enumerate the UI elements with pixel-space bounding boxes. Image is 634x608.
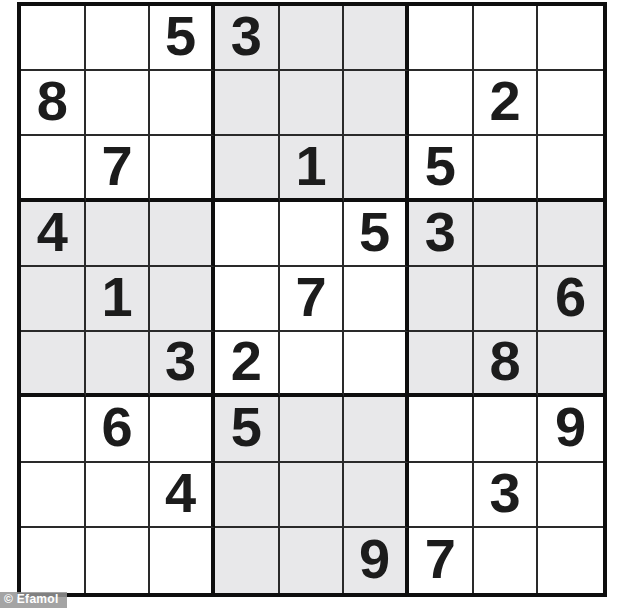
sudoku-cell-r9c4[interactable] — [215, 528, 280, 593]
sudoku-cell-r3c4[interactable] — [215, 136, 280, 201]
sudoku-cell-r3c3[interactable] — [150, 136, 215, 201]
sudoku-cell-r6c4[interactable]: 2 — [215, 332, 280, 397]
sudoku-cell-r4c5[interactable] — [280, 202, 345, 267]
sudoku-cell-r6c2[interactable] — [86, 332, 151, 397]
sudoku-cell-r2c8[interactable]: 2 — [474, 71, 539, 136]
sudoku-cell-r4c2[interactable] — [86, 202, 151, 267]
sudoku-cell-r8c9[interactable] — [538, 463, 603, 528]
sudoku-cell-r2c2[interactable] — [86, 71, 151, 136]
watermark: © Efamol — [0, 592, 67, 608]
sudoku-cell-r9c6[interactable]: 9 — [344, 528, 409, 593]
sudoku-cell-r3c9[interactable] — [538, 136, 603, 201]
sudoku-cell-r1c4[interactable]: 3 — [215, 6, 280, 71]
sudoku-cell-r7c3[interactable] — [150, 397, 215, 462]
sudoku-cell-r4c6[interactable]: 5 — [344, 202, 409, 267]
sudoku-cell-r7c4[interactable]: 5 — [215, 397, 280, 462]
sudoku-cell-r9c8[interactable] — [474, 528, 539, 593]
watermark-label: © Efamol — [4, 592, 59, 606]
sudoku-cell-r2c1[interactable]: 8 — [21, 71, 86, 136]
sudoku-board: 53827154531763286594397 — [17, 2, 607, 597]
sudoku-cell-r9c7[interactable]: 7 — [409, 528, 474, 593]
sudoku-cell-r3c2[interactable]: 7 — [86, 136, 151, 201]
sudoku-cell-r6c8[interactable]: 8 — [474, 332, 539, 397]
sudoku-cell-r3c1[interactable] — [21, 136, 86, 201]
sudoku-cell-r3c5[interactable]: 1 — [280, 136, 345, 201]
sudoku-cell-r1c3[interactable]: 5 — [150, 6, 215, 71]
sudoku-cell-r6c1[interactable] — [21, 332, 86, 397]
sudoku-cell-r5c6[interactable] — [344, 267, 409, 332]
sudoku-cell-r7c8[interactable] — [474, 397, 539, 462]
sudoku-cell-r4c1[interactable]: 4 — [21, 202, 86, 267]
sudoku-cell-r1c9[interactable] — [538, 6, 603, 71]
sudoku-cell-r7c6[interactable] — [344, 397, 409, 462]
sudoku-cell-r2c6[interactable] — [344, 71, 409, 136]
sudoku-cell-r1c1[interactable] — [21, 6, 86, 71]
sudoku-cell-r9c5[interactable] — [280, 528, 345, 593]
sudoku-cell-r7c5[interactable] — [280, 397, 345, 462]
sudoku-cell-r2c7[interactable] — [409, 71, 474, 136]
sudoku-cell-r1c2[interactable] — [86, 6, 151, 71]
sudoku-cell-r7c1[interactable] — [21, 397, 86, 462]
sudoku-cell-r6c3[interactable]: 3 — [150, 332, 215, 397]
sudoku-cell-r2c3[interactable] — [150, 71, 215, 136]
sudoku-cell-r9c3[interactable] — [150, 528, 215, 593]
sudoku-cell-r3c7[interactable]: 5 — [409, 136, 474, 201]
sudoku-cell-r4c4[interactable] — [215, 202, 280, 267]
sudoku-cell-r4c3[interactable] — [150, 202, 215, 267]
sudoku-cell-r6c5[interactable] — [280, 332, 345, 397]
sudoku-cell-r4c9[interactable] — [538, 202, 603, 267]
sudoku-cell-r9c9[interactable] — [538, 528, 603, 593]
sudoku-cell-r8c8[interactable]: 3 — [474, 463, 539, 528]
sudoku-cell-r8c6[interactable] — [344, 463, 409, 528]
sudoku-cell-r6c7[interactable] — [409, 332, 474, 397]
sudoku-cell-r7c7[interactable] — [409, 397, 474, 462]
sudoku-cell-r8c3[interactable]: 4 — [150, 463, 215, 528]
sudoku-cell-r2c5[interactable] — [280, 71, 345, 136]
sudoku-cell-r5c2[interactable]: 1 — [86, 267, 151, 332]
sudoku-cell-r9c2[interactable] — [86, 528, 151, 593]
sudoku-cell-r4c7[interactable]: 3 — [409, 202, 474, 267]
sudoku-cell-r5c7[interactable] — [409, 267, 474, 332]
sudoku-cell-r5c3[interactable] — [150, 267, 215, 332]
sudoku-cell-r8c4[interactable] — [215, 463, 280, 528]
sudoku-cell-r2c4[interactable] — [215, 71, 280, 136]
sudoku-cell-r8c5[interactable] — [280, 463, 345, 528]
sudoku-cell-r4c8[interactable] — [474, 202, 539, 267]
sudoku-cell-r5c5[interactable]: 7 — [280, 267, 345, 332]
sudoku-cell-r1c5[interactable] — [280, 6, 345, 71]
sudoku-cell-r7c9[interactable]: 9 — [538, 397, 603, 462]
sudoku-cell-r8c7[interactable] — [409, 463, 474, 528]
sudoku-cell-r8c2[interactable] — [86, 463, 151, 528]
page: 53827154531763286594397 © Efamol — [0, 0, 634, 608]
sudoku-cell-r9c1[interactable] — [21, 528, 86, 593]
sudoku-cell-r3c6[interactable] — [344, 136, 409, 201]
sudoku-cell-r3c8[interactable] — [474, 136, 539, 201]
sudoku-cell-r5c8[interactable] — [474, 267, 539, 332]
sudoku-cell-r1c6[interactable] — [344, 6, 409, 71]
sudoku-cell-r5c1[interactable] — [21, 267, 86, 332]
sudoku-cell-r6c6[interactable] — [344, 332, 409, 397]
sudoku-cell-r6c9[interactable] — [538, 332, 603, 397]
sudoku-cell-r8c1[interactable] — [21, 463, 86, 528]
sudoku-cell-r5c9[interactable]: 6 — [538, 267, 603, 332]
sudoku-cell-r1c8[interactable] — [474, 6, 539, 71]
sudoku-cell-r5c4[interactable] — [215, 267, 280, 332]
sudoku-cell-r7c2[interactable]: 6 — [86, 397, 151, 462]
sudoku-cell-r1c7[interactable] — [409, 6, 474, 71]
sudoku-cell-r2c9[interactable] — [538, 71, 603, 136]
